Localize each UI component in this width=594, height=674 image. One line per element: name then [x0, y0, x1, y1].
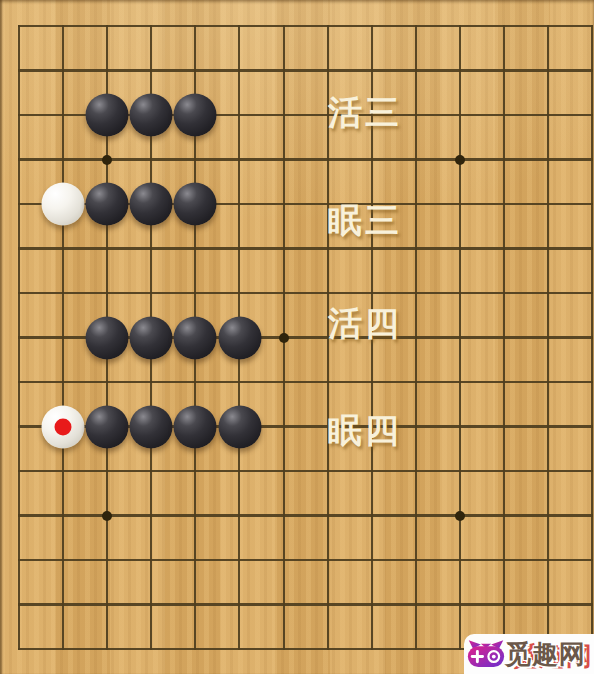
stone-black	[86, 183, 129, 226]
stone-black	[130, 316, 173, 359]
star-point	[279, 333, 289, 343]
stone-black	[130, 405, 173, 448]
star-point	[455, 155, 465, 165]
watermark-text: 觅趣网	[505, 641, 586, 667]
stone-black	[86, 94, 129, 137]
watermark-box: 觅趣网 觅趣网	[464, 634, 594, 674]
stone-black	[130, 183, 173, 226]
stone-black	[174, 405, 217, 448]
stone-black	[86, 316, 129, 359]
stone-white	[42, 183, 85, 226]
stone-black	[174, 94, 217, 137]
star-point	[102, 155, 112, 165]
game-controller-icon	[467, 638, 505, 670]
stone-black	[130, 94, 173, 137]
pattern-label: 眠三	[328, 203, 402, 237]
stone-black	[174, 183, 217, 226]
red-dot-marker	[55, 418, 72, 435]
stone-black	[218, 316, 261, 359]
stone-black	[86, 405, 129, 448]
pattern-label: 活三	[328, 95, 402, 129]
pattern-label: 眠四	[328, 413, 402, 447]
stone-black	[218, 405, 261, 448]
stone-black	[174, 316, 217, 359]
stone-white-marked	[42, 405, 85, 448]
board: 活三眠三活四眠四 觅趣网 觅趣网	[0, 0, 594, 674]
star-point	[102, 511, 112, 521]
pattern-label: 活四	[328, 306, 402, 340]
star-point	[455, 511, 465, 521]
